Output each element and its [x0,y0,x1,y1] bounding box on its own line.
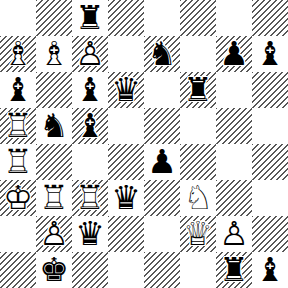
square-d4[interactable] [108,144,144,180]
square-h7[interactable]: ♝♝ [252,36,288,72]
black-knight-glyph: ♞ [144,36,180,72]
square-d6[interactable]: ♛♛ [108,72,144,108]
square-h3[interactable] [252,180,288,216]
white-bishop-glyph: ♗ [0,36,36,72]
black-pawn-glyph: ♟ [144,144,180,180]
black-queen-piece[interactable]: ♛♛ [72,216,108,252]
square-b3[interactable]: ♜♖ [36,180,72,216]
square-f1[interactable] [180,252,216,288]
white-bishop-piece[interactable]: ♝♗ [36,36,72,72]
square-h8[interactable] [252,0,288,36]
square-f7[interactable] [180,36,216,72]
square-e3[interactable] [144,180,180,216]
square-e7[interactable]: ♞♞ [144,36,180,72]
square-d8[interactable] [108,0,144,36]
square-c6[interactable]: ♝♝ [72,72,108,108]
square-b6[interactable] [36,72,72,108]
white-pawn-glyph: ♙ [36,216,72,252]
square-b5[interactable]: ♞♞ [36,108,72,144]
black-bishop-glyph: ♝ [72,72,108,108]
square-c1[interactable] [72,252,108,288]
square-h5[interactable] [252,108,288,144]
black-rook-glyph: ♜ [72,0,108,36]
square-e2[interactable] [144,216,180,252]
white-pawn-piece[interactable]: ♟♙ [72,36,108,72]
black-rook-glyph: ♜ [180,72,216,108]
white-queen-glyph: ♕ [180,216,216,252]
black-queen-glyph: ♛ [108,180,144,216]
square-c3[interactable]: ♜♖ [72,180,108,216]
square-h1[interactable]: ♝♝ [252,252,288,288]
black-knight-piece[interactable]: ♞♞ [36,108,72,144]
white-knight-piece[interactable]: ♞♘ [180,180,216,216]
black-rook-piece[interactable]: ♜♜ [180,72,216,108]
square-h4[interactable] [252,144,288,180]
black-queen-glyph: ♛ [108,72,144,108]
black-bishop-glyph: ♝ [252,36,288,72]
white-king-glyph: ♔ [0,180,36,216]
black-queen-piece[interactable]: ♛♛ [108,72,144,108]
square-f2[interactable]: ♛♕ [180,216,216,252]
square-g2[interactable]: ♟♙ [216,216,252,252]
square-e1[interactable] [144,252,180,288]
black-bishop-piece[interactable]: ♝♝ [72,72,108,108]
square-f4[interactable] [180,144,216,180]
black-pawn-piece[interactable]: ♟♟ [144,144,180,180]
square-f6[interactable]: ♜♜ [180,72,216,108]
white-rook-piece[interactable]: ♜♖ [0,144,36,180]
square-a7[interactable]: ♝♗ [0,36,36,72]
square-e6[interactable] [144,72,180,108]
white-pawn-glyph: ♙ [216,216,252,252]
black-rook-glyph: ♜ [216,252,252,288]
black-bishop-piece[interactable]: ♝♝ [252,36,288,72]
square-c7[interactable]: ♟♙ [72,36,108,72]
white-knight-glyph: ♘ [180,180,216,216]
square-e4[interactable]: ♟♟ [144,144,180,180]
black-bishop-glyph: ♝ [72,108,108,144]
white-queen-piece[interactable]: ♛♕ [180,216,216,252]
square-g7[interactable]: ♟♟ [216,36,252,72]
square-g6[interactable] [216,72,252,108]
white-rook-glyph: ♖ [0,144,36,180]
white-bishop-glyph: ♗ [36,36,72,72]
white-king-piece[interactable]: ♚♔ [0,180,36,216]
black-bishop-piece[interactable]: ♝♝ [72,108,108,144]
square-a8[interactable] [0,0,36,36]
square-f8[interactable] [180,0,216,36]
black-rook-piece[interactable]: ♜♜ [216,252,252,288]
square-a1[interactable] [0,252,36,288]
white-rook-glyph: ♖ [36,180,72,216]
black-bishop-glyph: ♝ [0,72,36,108]
square-a6[interactable]: ♝♝ [0,72,36,108]
square-d7[interactable] [108,36,144,72]
square-f3[interactable]: ♞♘ [180,180,216,216]
black-queen-piece[interactable]: ♛♛ [108,180,144,216]
chess-board: ♜♜♝♗♝♗♟♙♞♞♟♟♝♝♝♝♝♝♛♛♜♜♜♖♞♞♝♝♜♖♟♟♚♔♜♖♜♖♛♛… [0,0,288,288]
white-pawn-piece[interactable]: ♟♙ [36,216,72,252]
square-a3[interactable]: ♚♔ [0,180,36,216]
square-c2[interactable]: ♛♛ [72,216,108,252]
square-g1[interactable]: ♜♜ [216,252,252,288]
square-d2[interactable] [108,216,144,252]
square-d3[interactable]: ♛♛ [108,180,144,216]
square-a4[interactable]: ♜♖ [0,144,36,180]
square-g3[interactable] [216,180,252,216]
black-pawn-piece[interactable]: ♟♟ [216,36,252,72]
square-f5[interactable] [180,108,216,144]
white-rook-piece[interactable]: ♜♖ [36,180,72,216]
square-b8[interactable] [36,0,72,36]
square-e8[interactable] [144,0,180,36]
square-d1[interactable] [108,252,144,288]
black-bishop-piece[interactable]: ♝♝ [0,72,36,108]
square-b1[interactable]: ♚♚ [36,252,72,288]
black-king-piece[interactable]: ♚♚ [36,252,72,288]
square-g5[interactable] [216,108,252,144]
white-pawn-glyph: ♙ [72,36,108,72]
square-b7[interactable]: ♝♗ [36,36,72,72]
square-g4[interactable] [216,144,252,180]
square-c5[interactable]: ♝♝ [72,108,108,144]
white-rook-piece[interactable]: ♜♖ [0,108,36,144]
square-a5[interactable]: ♜♖ [0,108,36,144]
square-e5[interactable] [144,108,180,144]
black-bishop-glyph: ♝ [252,252,288,288]
white-rook-piece[interactable]: ♜♖ [72,180,108,216]
white-rook-glyph: ♖ [0,108,36,144]
black-king-glyph: ♚ [36,252,72,288]
black-pawn-glyph: ♟ [216,36,252,72]
black-queen-glyph: ♛ [72,216,108,252]
white-pawn-piece[interactable]: ♟♙ [216,216,252,252]
black-knight-glyph: ♞ [36,108,72,144]
square-c8[interactable]: ♜♜ [72,0,108,36]
square-h6[interactable] [252,72,288,108]
square-a2[interactable] [0,216,36,252]
square-b2[interactable]: ♟♙ [36,216,72,252]
square-c4[interactable] [72,144,108,180]
square-g8[interactable] [216,0,252,36]
black-knight-piece[interactable]: ♞♞ [144,36,180,72]
black-bishop-piece[interactable]: ♝♝ [252,252,288,288]
white-bishop-piece[interactable]: ♝♗ [0,36,36,72]
white-rook-glyph: ♖ [72,180,108,216]
square-d5[interactable] [108,108,144,144]
square-h2[interactable] [252,216,288,252]
black-rook-piece[interactable]: ♜♜ [72,0,108,36]
square-b4[interactable] [36,144,72,180]
